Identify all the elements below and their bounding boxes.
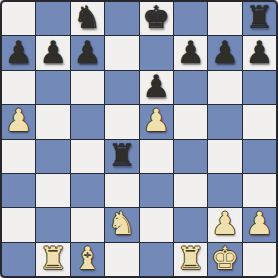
black-pawn: ♟	[5, 36, 33, 68]
square-h2[interactable]: ♟	[243, 208, 276, 241]
square-b3[interactable]	[36, 174, 69, 207]
square-c7[interactable]: ♟	[71, 36, 104, 69]
square-b5[interactable]	[36, 105, 69, 138]
white-bishop: ♝	[74, 243, 102, 275]
square-h7[interactable]: ♟	[243, 36, 276, 69]
square-b1[interactable]: ♜	[36, 243, 69, 276]
square-d7[interactable]	[105, 36, 138, 69]
square-d6[interactable]	[105, 71, 138, 104]
square-f7[interactable]: ♟	[174, 36, 207, 69]
square-h3[interactable]	[243, 174, 276, 207]
square-e7[interactable]	[140, 36, 173, 69]
square-a1[interactable]	[2, 243, 35, 276]
square-c6[interactable]	[71, 71, 104, 104]
square-c4[interactable]	[71, 140, 104, 173]
square-a3[interactable]	[2, 174, 35, 207]
square-e1[interactable]	[140, 243, 173, 276]
black-rook: ♜	[245, 2, 273, 34]
white-pawn: ♟	[245, 208, 273, 240]
black-pawn: ♟	[74, 36, 102, 68]
white-pawn: ♟	[211, 208, 239, 240]
square-f8[interactable]	[174, 2, 207, 35]
square-e4[interactable]	[140, 140, 173, 173]
square-d5[interactable]	[105, 105, 138, 138]
square-a7[interactable]: ♟	[2, 36, 35, 69]
black-pawn: ♟	[142, 71, 170, 103]
square-e8[interactable]: ♚	[140, 2, 173, 35]
square-g4[interactable]	[208, 140, 241, 173]
white-pawn: ♟	[5, 105, 33, 137]
square-h5[interactable]	[243, 105, 276, 138]
square-a8[interactable]	[2, 2, 35, 35]
square-a6[interactable]	[2, 71, 35, 104]
square-c3[interactable]	[71, 174, 104, 207]
square-g2[interactable]: ♟	[208, 208, 241, 241]
square-f6[interactable]	[174, 71, 207, 104]
square-f1[interactable]: ♜	[174, 243, 207, 276]
square-b2[interactable]	[36, 208, 69, 241]
square-c1[interactable]: ♝	[71, 243, 104, 276]
square-g6[interactable]	[208, 71, 241, 104]
white-rook: ♜	[39, 243, 67, 275]
square-g8[interactable]	[208, 2, 241, 35]
chess-board: ♞♚♜♟♟♟♟♟♟♟♟♟♜♞♟♟♜♝♜♚	[0, 0, 278, 278]
square-g5[interactable]	[208, 105, 241, 138]
black-knight: ♞	[74, 2, 102, 34]
white-king: ♚	[211, 243, 239, 275]
square-f3[interactable]	[174, 174, 207, 207]
square-d2[interactable]: ♞	[105, 208, 138, 241]
square-a4[interactable]	[2, 140, 35, 173]
square-h6[interactable]	[243, 71, 276, 104]
white-rook: ♜	[177, 243, 205, 275]
square-d8[interactable]	[105, 2, 138, 35]
black-king: ♚	[142, 2, 170, 34]
square-a5[interactable]: ♟	[2, 105, 35, 138]
square-h8[interactable]: ♜	[243, 2, 276, 35]
square-f5[interactable]	[174, 105, 207, 138]
square-d1[interactable]	[105, 243, 138, 276]
black-pawn: ♟	[177, 36, 205, 68]
square-d3[interactable]	[105, 174, 138, 207]
square-f2[interactable]	[174, 208, 207, 241]
square-b6[interactable]	[36, 71, 69, 104]
square-e3[interactable]	[140, 174, 173, 207]
square-h1[interactable]	[243, 243, 276, 276]
square-e5[interactable]: ♟	[140, 105, 173, 138]
black-pawn: ♟	[39, 36, 67, 68]
square-g3[interactable]	[208, 174, 241, 207]
square-g7[interactable]: ♟	[208, 36, 241, 69]
square-a2[interactable]	[2, 208, 35, 241]
black-pawn: ♟	[245, 36, 273, 68]
square-b7[interactable]: ♟	[36, 36, 69, 69]
square-e6[interactable]: ♟	[140, 71, 173, 104]
square-e2[interactable]	[140, 208, 173, 241]
square-c8[interactable]: ♞	[71, 2, 104, 35]
square-f4[interactable]	[174, 140, 207, 173]
square-g1[interactable]: ♚	[208, 243, 241, 276]
square-c2[interactable]	[71, 208, 104, 241]
white-pawn: ♟	[142, 105, 170, 137]
square-b8[interactable]	[36, 2, 69, 35]
black-rook: ♜	[108, 140, 136, 172]
white-knight: ♞	[108, 208, 136, 240]
square-b4[interactable]	[36, 140, 69, 173]
square-c5[interactable]	[71, 105, 104, 138]
square-d4[interactable]: ♜	[105, 140, 138, 173]
black-pawn: ♟	[211, 36, 239, 68]
square-h4[interactable]	[243, 140, 276, 173]
